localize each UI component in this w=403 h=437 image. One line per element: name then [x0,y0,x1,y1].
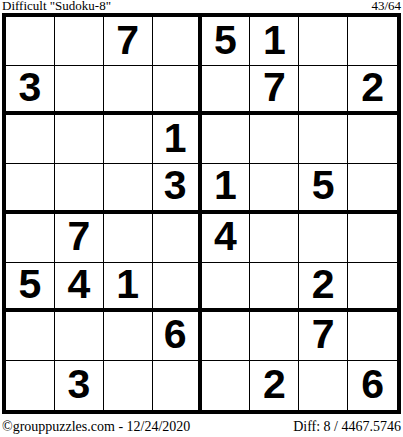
cell-r6c8-empty[interactable] [348,263,397,312]
cell-r6c1-given: 5 [6,263,55,312]
cell-r7c4-given: 6 [153,312,202,361]
cell-r2c8-given: 2 [348,66,397,115]
cell-r4c2-empty[interactable] [55,164,104,213]
cell-r3c8-empty[interactable] [348,115,397,164]
cell-r6c5-empty[interactable] [202,263,251,312]
empty-cell-counter: 43/64 [371,0,401,12]
cell-r8c1-empty[interactable] [6,361,55,410]
cell-r1c6-given: 1 [250,17,299,66]
cell-r3c5-empty[interactable] [202,115,251,164]
cell-r1c5-given: 5 [202,17,251,66]
cell-r3c1-empty[interactable] [6,115,55,164]
cell-r3c3-empty[interactable] [104,115,153,164]
cell-r4c7-given: 5 [299,164,348,213]
cell-r5c6-empty[interactable] [250,214,299,263]
cell-r7c5-empty[interactable] [202,312,251,361]
difficulty-text: Diff: 8 / 4467.5746 [293,419,401,435]
cell-r3c4-given: 1 [153,115,202,164]
cell-r1c2-empty[interactable] [55,17,104,66]
cell-r4c8-empty[interactable] [348,164,397,213]
cell-r8c3-empty[interactable] [104,361,153,410]
cell-r7c3-empty[interactable] [104,312,153,361]
cell-r6c6-empty[interactable] [250,263,299,312]
cell-r2c6-given: 7 [250,66,299,115]
cell-r1c4-empty[interactable] [153,17,202,66]
cell-r6c7-given: 2 [299,263,348,312]
cell-r8c5-empty[interactable] [202,361,251,410]
cell-r4c4-given: 3 [153,164,202,213]
footer: ©grouppuzzles.com - 12/24/2020 Diff: 8 /… [2,419,401,435]
cell-r2c2-empty[interactable] [55,66,104,115]
cell-r5c4-empty[interactable] [153,214,202,263]
cell-r3c2-empty[interactable] [55,115,104,164]
cell-r3c7-empty[interactable] [299,115,348,164]
cell-r6c2-given: 4 [55,263,104,312]
sudoku-page: Difficult "Sudoku-8" 43/64 7513721315745… [0,0,403,437]
cell-r5c7-empty[interactable] [299,214,348,263]
cell-r4c1-empty[interactable] [6,164,55,213]
cell-r1c1-empty[interactable] [6,17,55,66]
header: Difficult "Sudoku-8" 43/64 [2,0,401,12]
cell-r5c5-given: 4 [202,214,251,263]
cell-r6c3-given: 1 [104,263,153,312]
cell-r7c8-empty[interactable] [348,312,397,361]
cell-r1c8-empty[interactable] [348,17,397,66]
cell-r4c6-empty[interactable] [250,164,299,213]
cell-r5c1-empty[interactable] [6,214,55,263]
cell-r6c4-empty[interactable] [153,263,202,312]
cell-r8c6-given: 2 [250,361,299,410]
cell-r8c8-given: 6 [348,361,397,410]
puzzle-title: Difficult "Sudoku-8" [2,0,111,12]
cell-r1c3-given: 7 [104,17,153,66]
cell-r8c4-empty[interactable] [153,361,202,410]
cell-r2c5-empty[interactable] [202,66,251,115]
cell-r2c4-empty[interactable] [153,66,202,115]
cell-r7c2-empty[interactable] [55,312,104,361]
cell-r8c2-given: 3 [55,361,104,410]
cell-r7c6-empty[interactable] [250,312,299,361]
cell-r5c2-given: 7 [55,214,104,263]
copyright-text: ©grouppuzzles.com - 12/24/2020 [2,419,190,435]
cell-r8c7-empty[interactable] [299,361,348,410]
cell-r2c7-empty[interactable] [299,66,348,115]
cell-r2c1-given: 3 [6,66,55,115]
cell-r5c3-empty[interactable] [104,214,153,263]
cell-r4c3-empty[interactable] [104,164,153,213]
cell-r2c3-empty[interactable] [104,66,153,115]
cell-r7c7-given: 7 [299,312,348,361]
cell-r5c8-empty[interactable] [348,214,397,263]
cell-r7c1-empty[interactable] [6,312,55,361]
cell-r1c7-empty[interactable] [299,17,348,66]
cell-r4c5-given: 1 [202,164,251,213]
cell-r3c6-empty[interactable] [250,115,299,164]
sudoku-board: 751372131574541267326 [2,13,401,414]
